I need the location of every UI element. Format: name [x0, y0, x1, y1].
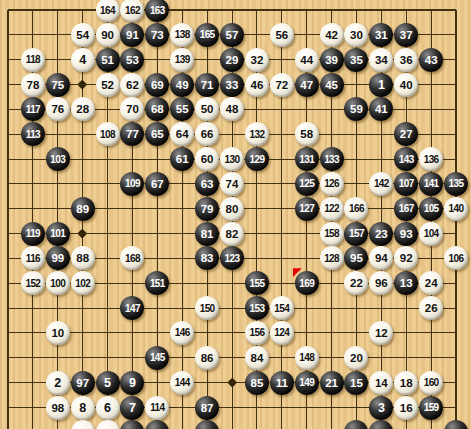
stone-black-145: 145 — [145, 346, 169, 370]
stone-white-16: 16 — [394, 396, 418, 420]
intersection — [444, 221, 469, 246]
intersection — [195, 321, 220, 346]
stone-white-136: 136 — [419, 147, 443, 171]
intersection: 88 — [70, 246, 95, 271]
stone-black-9: 9 — [120, 371, 144, 395]
intersection — [244, 22, 269, 47]
stone-black-partial — [444, 420, 468, 429]
intersection — [95, 345, 120, 370]
intersection — [269, 271, 294, 296]
stone-black-83: 83 — [195, 246, 219, 270]
stone-white-154: 154 — [270, 296, 294, 320]
intersection — [419, 321, 444, 346]
intersection — [170, 271, 195, 296]
intersection — [145, 246, 170, 271]
intersection: 16 — [394, 395, 419, 420]
intersection — [0, 271, 20, 296]
intersection — [244, 221, 269, 246]
intersection — [220, 271, 245, 296]
intersection — [145, 196, 170, 221]
intersection — [220, 0, 245, 22]
intersection: 23 — [369, 221, 394, 246]
intersection: 56 — [269, 22, 294, 47]
intersection — [444, 72, 469, 97]
intersection: 67 — [145, 171, 170, 196]
intersection — [195, 370, 220, 395]
intersection: 162 — [120, 0, 145, 22]
stone-black-57: 57 — [220, 23, 244, 47]
intersection: 159 — [419, 395, 444, 420]
star-point — [78, 80, 87, 89]
intersection: 64 — [170, 122, 195, 147]
intersection: 168 — [120, 246, 145, 271]
stone-white-partial — [71, 420, 95, 429]
intersection — [444, 47, 469, 72]
stone-white-62: 62 — [120, 73, 144, 97]
stone-black-partial — [120, 420, 144, 429]
intersection — [195, 420, 220, 429]
intersection — [145, 221, 170, 246]
stone-white-116: 116 — [21, 246, 45, 270]
intersection: 31 — [369, 22, 394, 47]
stone-black-69: 69 — [145, 73, 169, 97]
stone-white-144: 144 — [170, 371, 194, 395]
stone-white-104: 104 — [419, 222, 443, 246]
intersection: 118 — [20, 47, 45, 72]
intersection — [419, 246, 444, 271]
stone-black-143: 143 — [394, 147, 418, 171]
intersection — [0, 196, 20, 221]
intersection: 128 — [319, 246, 344, 271]
intersection: 42 — [319, 22, 344, 47]
stone-black-45: 45 — [320, 73, 344, 97]
intersection — [369, 122, 394, 147]
last-move-marker — [293, 268, 302, 277]
intersection: 95 — [344, 246, 369, 271]
intersection — [0, 420, 20, 429]
intersection: 61 — [170, 147, 195, 172]
stone-white-18: 18 — [394, 371, 418, 395]
stone-white-132: 132 — [245, 122, 269, 146]
stone-black-partial — [145, 420, 169, 429]
intersection — [419, 72, 444, 97]
intersection — [95, 296, 120, 321]
stone-white-108: 108 — [96, 122, 120, 146]
stone-white-36: 36 — [394, 48, 418, 72]
stone-black-31: 31 — [369, 23, 393, 47]
stone-white-160: 160 — [419, 371, 443, 395]
stone-white-122: 122 — [320, 197, 344, 221]
intersection — [344, 171, 369, 196]
stone-white-168: 168 — [120, 246, 144, 270]
stone-white-138: 138 — [170, 23, 194, 47]
intersection: 83 — [195, 246, 220, 271]
intersection — [120, 147, 145, 172]
intersection: 53 — [120, 47, 145, 72]
intersection: 155 — [244, 271, 269, 296]
intersection: 3 — [369, 395, 394, 420]
intersection: 11 — [269, 370, 294, 395]
intersection — [319, 271, 344, 296]
stone-white-32: 32 — [245, 48, 269, 72]
intersection — [444, 22, 469, 47]
intersection — [344, 420, 369, 429]
stone-black-5: 5 — [96, 371, 120, 395]
intersection — [220, 370, 245, 395]
stone-black-93: 93 — [394, 222, 418, 246]
intersection: 157 — [344, 221, 369, 246]
intersection — [145, 47, 170, 72]
intersection — [244, 171, 269, 196]
intersection — [45, 122, 70, 147]
intersection — [45, 196, 70, 221]
stone-white-74: 74 — [220, 172, 244, 196]
intersection — [0, 147, 20, 172]
intersection: 154 — [269, 296, 294, 321]
intersection: 71 — [195, 72, 220, 97]
intersection: 48 — [220, 97, 245, 122]
intersection: 145 — [145, 345, 170, 370]
intersection — [294, 0, 319, 22]
intersection — [120, 271, 145, 296]
stone-white-20: 20 — [344, 346, 368, 370]
intersection — [20, 0, 45, 22]
stone-black-101: 101 — [46, 222, 70, 246]
stone-white-46: 46 — [245, 73, 269, 97]
intersection — [294, 296, 319, 321]
stone-black-1: 1 — [369, 73, 393, 97]
intersection: 80 — [220, 196, 245, 221]
intersection — [344, 321, 369, 346]
stone-black-151: 151 — [145, 271, 169, 295]
intersection: 119 — [20, 221, 45, 246]
intersection — [444, 321, 469, 346]
stone-black-68: 68 — [145, 97, 169, 121]
intersection — [145, 370, 170, 395]
intersection: 2 — [45, 370, 70, 395]
stone-white-22: 22 — [344, 271, 368, 295]
intersection: 10 — [45, 321, 70, 346]
intersection: 103 — [45, 147, 70, 172]
stone-black-33: 33 — [220, 73, 244, 97]
intersection — [419, 122, 444, 147]
stone-black-75: 75 — [46, 73, 70, 97]
intersection — [444, 420, 469, 429]
intersection — [95, 246, 120, 271]
stone-white-2: 2 — [46, 371, 70, 395]
intersection — [20, 345, 45, 370]
intersection: 105 — [419, 196, 444, 221]
intersection — [220, 321, 245, 346]
intersection: 47 — [294, 72, 319, 97]
intersection: 12 — [369, 321, 394, 346]
intersection — [344, 395, 369, 420]
intersection: 40 — [394, 72, 419, 97]
stone-black-65: 65 — [145, 122, 169, 146]
intersection — [170, 395, 195, 420]
intersection: 78 — [20, 72, 45, 97]
intersection: 69 — [145, 72, 170, 97]
intersection — [120, 196, 145, 221]
intersection — [145, 147, 170, 172]
intersection: 101 — [45, 221, 70, 246]
intersection — [394, 97, 419, 122]
intersection: 160 — [419, 370, 444, 395]
intersection: 113 — [20, 122, 45, 147]
stone-white-50: 50 — [195, 97, 219, 121]
intersection: 9 — [120, 370, 145, 395]
intersection — [294, 221, 319, 246]
intersection: 89 — [70, 196, 95, 221]
stone-white-66: 66 — [195, 122, 219, 146]
stone-black-87: 87 — [195, 396, 219, 420]
intersection — [0, 97, 20, 122]
stone-white-6: 6 — [96, 396, 120, 420]
intersection: 59 — [344, 97, 369, 122]
intersection: 44 — [294, 47, 319, 72]
intersection: 104 — [419, 221, 444, 246]
intersection: 165 — [195, 22, 220, 47]
intersection — [0, 395, 20, 420]
stone-black-79: 79 — [195, 197, 219, 221]
go-board: 1641621635490917313816557564230313711845… — [0, 0, 468, 429]
intersection — [20, 420, 45, 429]
stone-black-89: 89 — [71, 197, 95, 221]
stone-white-48: 48 — [220, 97, 244, 121]
intersection — [0, 122, 20, 147]
intersection — [45, 47, 70, 72]
intersection: 144 — [170, 370, 195, 395]
intersection — [319, 97, 344, 122]
intersection: 37 — [394, 22, 419, 47]
intersection: 124 — [269, 321, 294, 346]
intersection — [220, 296, 245, 321]
intersection: 141 — [419, 171, 444, 196]
intersection: 58 — [294, 122, 319, 147]
stone-black-165: 165 — [195, 23, 219, 47]
intersection: 55 — [170, 97, 195, 122]
go-kifu-diagram: 1641621635490917313816557564230313711845… — [0, 0, 471, 429]
stone-black-105: 105 — [419, 197, 443, 221]
intersection: 107 — [394, 171, 419, 196]
intersection: 86 — [195, 345, 220, 370]
intersection — [419, 97, 444, 122]
intersection — [70, 345, 95, 370]
intersection — [95, 196, 120, 221]
intersection: 7 — [120, 395, 145, 420]
intersection: 117 — [20, 97, 45, 122]
intersection — [319, 395, 344, 420]
intersection — [145, 296, 170, 321]
intersection — [120, 321, 145, 346]
intersection: 57 — [220, 22, 245, 47]
intersection — [444, 296, 469, 321]
intersection — [369, 345, 394, 370]
intersection: 146 — [170, 321, 195, 346]
stone-white-150: 150 — [195, 296, 219, 320]
intersection: 131 — [294, 147, 319, 172]
intersection — [269, 420, 294, 429]
intersection — [70, 122, 95, 147]
intersection — [269, 122, 294, 147]
intersection — [319, 345, 344, 370]
stone-black-63: 63 — [195, 172, 219, 196]
intersection — [319, 122, 344, 147]
stone-white-26: 26 — [419, 296, 443, 320]
intersection: 129 — [244, 147, 269, 172]
stone-white-88: 88 — [71, 246, 95, 270]
intersection — [170, 246, 195, 271]
intersection: 152 — [20, 271, 45, 296]
stone-white-42: 42 — [320, 23, 344, 47]
intersection: 27 — [394, 122, 419, 147]
intersection — [294, 97, 319, 122]
stone-black-119: 119 — [21, 222, 45, 246]
intersection: 84 — [244, 345, 269, 370]
stone-black-3: 3 — [369, 396, 393, 420]
stone-black-51: 51 — [96, 48, 120, 72]
intersection: 43 — [419, 47, 444, 72]
stone-black-155: 155 — [245, 271, 269, 295]
intersection — [269, 221, 294, 246]
intersection — [394, 296, 419, 321]
intersection — [220, 122, 245, 147]
intersection — [220, 420, 245, 429]
intersection — [444, 271, 469, 296]
intersection: 54 — [70, 22, 95, 47]
intersection — [95, 221, 120, 246]
stone-white-54: 54 — [71, 23, 95, 47]
intersection — [369, 0, 394, 22]
stone-black-149: 149 — [295, 371, 319, 395]
stone-white-4: 4 — [71, 48, 95, 72]
stone-black-113: 113 — [21, 122, 45, 146]
intersection — [120, 221, 145, 246]
intersection — [70, 296, 95, 321]
intersection — [294, 22, 319, 47]
intersection — [444, 370, 469, 395]
stone-black-53: 53 — [120, 48, 144, 72]
intersection — [244, 97, 269, 122]
stone-black-169: 169 — [295, 271, 319, 295]
stone-black-147: 147 — [120, 296, 144, 320]
stone-white-84: 84 — [245, 346, 269, 370]
intersection — [269, 47, 294, 72]
intersection: 52 — [95, 72, 120, 97]
intersection — [20, 171, 45, 196]
stone-white-92: 92 — [394, 246, 418, 270]
stone-white-56: 56 — [270, 23, 294, 47]
intersection — [394, 0, 419, 22]
stone-black-125: 125 — [295, 172, 319, 196]
intersection — [319, 296, 344, 321]
intersection: 5 — [95, 370, 120, 395]
intersection — [195, 47, 220, 72]
intersection: 163 — [145, 0, 170, 22]
intersection: 76 — [45, 97, 70, 122]
intersection: 126 — [319, 171, 344, 196]
intersection — [220, 345, 245, 370]
intersection — [369, 147, 394, 172]
intersection — [0, 22, 20, 47]
stone-white-90: 90 — [96, 23, 120, 47]
intersection — [120, 345, 145, 370]
stone-white-164: 164 — [96, 0, 120, 22]
intersection: 77 — [120, 122, 145, 147]
stone-black-71: 71 — [195, 73, 219, 97]
intersection: 109 — [120, 171, 145, 196]
intersection — [344, 147, 369, 172]
stone-white-156: 156 — [245, 321, 269, 345]
intersection — [0, 296, 20, 321]
intersection: 51 — [95, 47, 120, 72]
stone-white-partial — [96, 420, 120, 429]
intersection — [0, 171, 20, 196]
stone-white-128: 128 — [320, 246, 344, 270]
intersection — [0, 321, 20, 346]
intersection — [269, 171, 294, 196]
stone-white-14: 14 — [369, 371, 393, 395]
intersection: 96 — [369, 271, 394, 296]
stone-black-59: 59 — [344, 97, 368, 121]
intersection: 20 — [344, 345, 369, 370]
stone-black-127: 127 — [295, 197, 319, 221]
intersection — [269, 395, 294, 420]
intersection — [70, 321, 95, 346]
intersection — [20, 147, 45, 172]
intersection — [444, 0, 469, 22]
intersection: 70 — [120, 97, 145, 122]
stone-black-43: 43 — [419, 48, 443, 72]
intersection — [394, 321, 419, 346]
intersection: 136 — [419, 147, 444, 172]
intersection: 93 — [394, 221, 419, 246]
intersection: 147 — [120, 296, 145, 321]
intersection — [70, 0, 95, 22]
stone-white-100: 100 — [46, 271, 70, 295]
intersection: 153 — [244, 296, 269, 321]
intersection — [145, 321, 170, 346]
intersection: 94 — [369, 246, 394, 271]
intersection — [70, 72, 95, 97]
stone-black-29: 29 — [220, 48, 244, 72]
intersection: 81 — [195, 221, 220, 246]
stone-white-124: 124 — [270, 321, 294, 345]
intersection: 85 — [244, 370, 269, 395]
intersection: 127 — [294, 196, 319, 221]
intersection — [369, 296, 394, 321]
intersection — [394, 420, 419, 429]
intersection — [269, 246, 294, 271]
intersection — [294, 321, 319, 346]
intersection: 169 — [294, 271, 319, 296]
intersection — [170, 171, 195, 196]
intersection: 14 — [369, 370, 394, 395]
stone-black-67: 67 — [145, 172, 169, 196]
intersection — [95, 147, 120, 172]
intersection: 46 — [244, 72, 269, 97]
stone-black-partial — [369, 420, 393, 429]
intersection — [444, 147, 469, 172]
intersection — [269, 196, 294, 221]
stone-black-167: 167 — [394, 197, 418, 221]
intersection: 45 — [319, 72, 344, 97]
intersection: 73 — [145, 22, 170, 47]
intersection — [95, 97, 120, 122]
stone-white-139: 139 — [170, 48, 194, 72]
intersection: 15 — [344, 370, 369, 395]
intersection — [294, 420, 319, 429]
